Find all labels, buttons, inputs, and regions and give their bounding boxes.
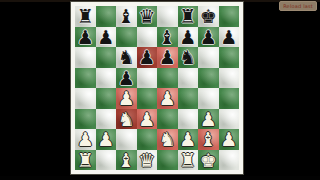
chess-board: ♜♝♛♜♚♟♟♝♟♟♟♞♟♟♞♟♟♟♞♟♟♟♟♞♟♝♟♜♝♛♜♚ bbox=[75, 6, 239, 170]
black-pawn: ♟ bbox=[138, 47, 155, 67]
black-knight: ♞ bbox=[118, 47, 135, 67]
watermark-badge: Reload last bbox=[279, 1, 317, 11]
square-d7[interactable] bbox=[137, 27, 158, 48]
square-h5[interactable] bbox=[219, 68, 240, 89]
black-bishop: ♝ bbox=[118, 6, 135, 26]
letterbox-bar bbox=[0, 176, 320, 180]
white-rook: ♜ bbox=[179, 150, 196, 170]
black-pawn: ♟ bbox=[77, 27, 94, 47]
square-e2[interactable]: ♞ bbox=[157, 129, 178, 150]
square-e1[interactable] bbox=[157, 150, 178, 171]
square-f2[interactable]: ♟ bbox=[178, 129, 199, 150]
white-rook: ♜ bbox=[77, 150, 94, 170]
square-d4[interactable] bbox=[137, 88, 158, 109]
black-pawn: ♟ bbox=[179, 27, 196, 47]
watermark-badge-label: Reload last bbox=[283, 3, 313, 9]
square-a3[interactable] bbox=[75, 109, 96, 130]
white-king: ♚ bbox=[200, 150, 217, 170]
square-f3[interactable] bbox=[178, 109, 199, 130]
square-g1[interactable]: ♚ bbox=[198, 150, 219, 171]
square-a8[interactable]: ♜ bbox=[75, 6, 96, 27]
square-g3[interactable]: ♟ bbox=[198, 109, 219, 130]
square-f6[interactable]: ♞ bbox=[178, 47, 199, 68]
white-pawn: ♟ bbox=[118, 88, 135, 108]
square-d2[interactable] bbox=[137, 129, 158, 150]
black-rook: ♜ bbox=[179, 6, 196, 26]
square-b5[interactable] bbox=[96, 68, 117, 89]
square-e5[interactable] bbox=[157, 68, 178, 89]
square-h4[interactable] bbox=[219, 88, 240, 109]
black-bishop: ♝ bbox=[159, 27, 176, 47]
square-c2[interactable] bbox=[116, 129, 137, 150]
white-knight: ♞ bbox=[159, 129, 176, 149]
square-c6[interactable]: ♞ bbox=[116, 47, 137, 68]
square-h2[interactable]: ♟ bbox=[219, 129, 240, 150]
square-a5[interactable] bbox=[75, 68, 96, 89]
square-g6[interactable] bbox=[198, 47, 219, 68]
square-b8[interactable] bbox=[96, 6, 117, 27]
square-c1[interactable]: ♝ bbox=[116, 150, 137, 171]
black-pawn: ♟ bbox=[118, 68, 135, 88]
black-pawn: ♟ bbox=[97, 27, 114, 47]
video-frame: ♜♝♛♜♚♟♟♝♟♟♟♞♟♟♞♟♟♟♞♟♟♟♟♞♟♝♟♜♝♛♜♚ Reload … bbox=[0, 0, 320, 180]
square-e8[interactable] bbox=[157, 6, 178, 27]
square-a1[interactable]: ♜ bbox=[75, 150, 96, 171]
square-d1[interactable]: ♛ bbox=[137, 150, 158, 171]
square-c3[interactable]: ♞ bbox=[116, 109, 137, 130]
white-queen: ♛ bbox=[138, 150, 155, 170]
square-c8[interactable]: ♝ bbox=[116, 6, 137, 27]
square-c7[interactable] bbox=[116, 27, 137, 48]
square-h8[interactable] bbox=[219, 6, 240, 27]
white-pawn: ♟ bbox=[159, 88, 176, 108]
white-pawn: ♟ bbox=[97, 129, 114, 149]
white-pawn: ♟ bbox=[220, 129, 237, 149]
square-f1[interactable]: ♜ bbox=[178, 150, 199, 171]
black-king: ♚ bbox=[200, 6, 217, 26]
white-pawn: ♟ bbox=[138, 109, 155, 129]
square-a6[interactable] bbox=[75, 47, 96, 68]
square-c5[interactable]: ♟ bbox=[116, 68, 137, 89]
square-b1[interactable] bbox=[96, 150, 117, 171]
square-a2[interactable]: ♟ bbox=[75, 129, 96, 150]
square-b6[interactable] bbox=[96, 47, 117, 68]
square-g8[interactable]: ♚ bbox=[198, 6, 219, 27]
square-g4[interactable] bbox=[198, 88, 219, 109]
black-pawn: ♟ bbox=[200, 27, 217, 47]
square-c4[interactable]: ♟ bbox=[116, 88, 137, 109]
square-f4[interactable] bbox=[178, 88, 199, 109]
black-rook: ♜ bbox=[77, 6, 94, 26]
square-b2[interactable]: ♟ bbox=[96, 129, 117, 150]
square-b4[interactable] bbox=[96, 88, 117, 109]
square-g7[interactable]: ♟ bbox=[198, 27, 219, 48]
square-f7[interactable]: ♟ bbox=[178, 27, 199, 48]
black-pawn: ♟ bbox=[159, 47, 176, 67]
square-e6[interactable]: ♟ bbox=[157, 47, 178, 68]
white-pawn: ♟ bbox=[179, 129, 196, 149]
white-bishop: ♝ bbox=[200, 129, 217, 149]
square-g2[interactable]: ♝ bbox=[198, 129, 219, 150]
white-bishop: ♝ bbox=[118, 150, 135, 170]
square-b7[interactable]: ♟ bbox=[96, 27, 117, 48]
square-d8[interactable]: ♛ bbox=[137, 6, 158, 27]
white-pawn: ♟ bbox=[77, 129, 94, 149]
square-e3[interactable] bbox=[157, 109, 178, 130]
square-b3[interactable] bbox=[96, 109, 117, 130]
black-queen: ♛ bbox=[138, 6, 155, 26]
square-h7[interactable]: ♟ bbox=[219, 27, 240, 48]
square-e7[interactable]: ♝ bbox=[157, 27, 178, 48]
square-d5[interactable] bbox=[137, 68, 158, 89]
black-knight: ♞ bbox=[179, 47, 196, 67]
square-a7[interactable]: ♟ bbox=[75, 27, 96, 48]
square-g5[interactable] bbox=[198, 68, 219, 89]
white-pawn: ♟ bbox=[200, 109, 217, 129]
square-f5[interactable] bbox=[178, 68, 199, 89]
square-h6[interactable] bbox=[219, 47, 240, 68]
black-pawn: ♟ bbox=[220, 27, 237, 47]
square-h1[interactable] bbox=[219, 150, 240, 171]
square-f8[interactable]: ♜ bbox=[178, 6, 199, 27]
square-d3[interactable]: ♟ bbox=[137, 109, 158, 130]
square-h3[interactable] bbox=[219, 109, 240, 130]
square-d6[interactable]: ♟ bbox=[137, 47, 158, 68]
white-knight: ♞ bbox=[118, 109, 135, 129]
chess-board-frame: ♜♝♛♜♚♟♟♝♟♟♟♞♟♟♞♟♟♟♞♟♟♟♟♞♟♝♟♜♝♛♜♚ bbox=[70, 1, 244, 175]
square-e4[interactable]: ♟ bbox=[157, 88, 178, 109]
square-a4[interactable] bbox=[75, 88, 96, 109]
